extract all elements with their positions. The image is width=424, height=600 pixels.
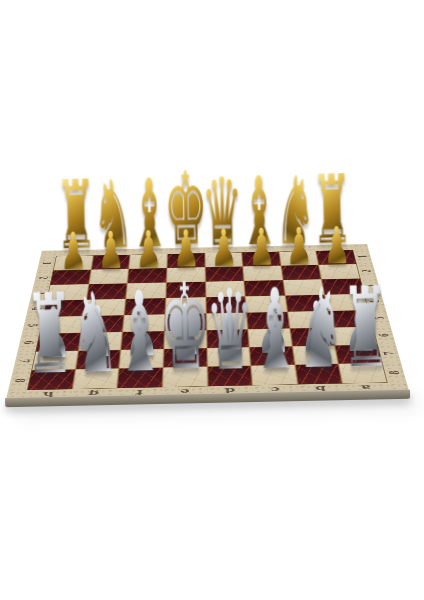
- rank-label-left-2: 2: [38, 276, 50, 279]
- bishop-glyph: ♝: [238, 168, 281, 258]
- square-b6: [290, 328, 335, 347]
- rank-label-left-6: 6: [22, 341, 35, 345]
- square-a5: [328, 310, 373, 328]
- rank-label-right-7: 7: [383, 351, 396, 355]
- square-e3: [166, 282, 206, 298]
- square-e4: [165, 297, 206, 314]
- square-h6: [35, 333, 81, 352]
- rank-label-right-4: 4: [369, 300, 381, 303]
- rank-label-right-6: 6: [378, 333, 391, 337]
- chessboard: 1122334455667788hgfedcba: [6, 244, 409, 399]
- square-d7: [207, 347, 251, 367]
- square-e8: [162, 367, 207, 388]
- square-c2: [243, 266, 283, 281]
- square-e1: [167, 253, 205, 268]
- rank-label-left-8: 8: [13, 378, 27, 382]
- square-g5: [81, 315, 124, 333]
- square-c8: [251, 365, 298, 386]
- square-a4: [325, 294, 369, 311]
- knight-glyph: ♞: [274, 167, 317, 257]
- square-h4: [43, 300, 86, 317]
- rank-label-right-2: 2: [361, 269, 373, 272]
- square-b8: [295, 364, 343, 385]
- rank-label-right-1: 1: [357, 255, 368, 258]
- king-glyph: ♚: [163, 163, 209, 259]
- queen-glyph: ♛: [201, 168, 244, 258]
- square-d4: [205, 296, 246, 313]
- rook-glyph: ♜: [55, 171, 98, 261]
- bishop-glyph: ♝: [128, 170, 171, 260]
- board-frame: 2: [357, 264, 377, 279]
- square-e2: [166, 267, 205, 283]
- chess-set-photo: 1122334455667788hgfedcba ♜♞♝♛♚♝♞♜♟♟♟♟♟♟♟…: [0, 0, 424, 600]
- square-c4: [245, 296, 287, 313]
- square-h7: [31, 351, 78, 371]
- board-frame: 8: [383, 363, 407, 383]
- square-a7: [335, 344, 383, 364]
- square-c3: [244, 280, 285, 296]
- square-a6: [331, 327, 377, 346]
- square-d5: [206, 312, 248, 330]
- square-h1: [53, 255, 93, 270]
- square-d6: [206, 329, 249, 348]
- rank-label-left-3: 3: [34, 291, 46, 294]
- square-g2: [89, 269, 129, 285]
- square-f1: [129, 254, 168, 269]
- square-b7: [292, 345, 339, 365]
- square-b2: [281, 265, 322, 280]
- square-b3: [283, 279, 325, 295]
- rank-label-right-8: 8: [388, 370, 402, 374]
- square-a2: [319, 264, 361, 279]
- square-a3: [322, 279, 365, 295]
- square-a8: [339, 363, 388, 384]
- square-g7: [75, 350, 121, 370]
- square-d3: [205, 281, 245, 297]
- board-frame: 6: [373, 326, 395, 344]
- square-f5: [123, 314, 165, 332]
- square-c5: [247, 312, 290, 330]
- square-d8: [207, 366, 253, 387]
- square-g8: [72, 369, 119, 390]
- square-f4: [124, 298, 165, 315]
- square-b5: [287, 311, 331, 329]
- square-f7: [119, 349, 164, 369]
- square-b1: [279, 251, 319, 266]
- square-c1: [242, 252, 281, 267]
- rank-label-left-4: 4: [30, 307, 42, 310]
- square-f2: [127, 268, 166, 284]
- square-e6: [164, 330, 207, 349]
- square-e5: [164, 313, 206, 331]
- square-f8: [117, 368, 163, 389]
- square-f6: [121, 331, 165, 350]
- square-h3: [46, 284, 88, 300]
- square-c6: [248, 328, 292, 347]
- square-f3: [126, 283, 166, 299]
- rank-label-left-5: 5: [26, 323, 39, 327]
- scene: 1122334455667788hgfedcba ♜♞♝♛♚♝♞♜♟♟♟♟♟♟♟…: [0, 0, 424, 600]
- board-frame: 3: [361, 278, 382, 294]
- rank-label-right-3: 3: [365, 284, 377, 287]
- square-d2: [205, 266, 244, 281]
- square-g6: [78, 332, 123, 351]
- board-frame: 7: [378, 344, 401, 363]
- square-g4: [84, 299, 126, 316]
- square-g3: [86, 283, 127, 299]
- knight-glyph: ♞: [91, 171, 134, 261]
- square-c7: [249, 346, 294, 366]
- square-a1: [316, 250, 357, 265]
- square-g1: [91, 255, 130, 270]
- board-frame: 5: [369, 310, 391, 327]
- square-d1: [205, 252, 243, 267]
- square-b4: [285, 295, 328, 312]
- rank-label-left-1: 1: [41, 262, 52, 265]
- square-e7: [163, 348, 207, 368]
- board-frame: 4: [365, 293, 386, 309]
- rank-label-left-7: 7: [18, 359, 31, 363]
- rank-label-right-5: 5: [373, 316, 386, 320]
- square-h2: [50, 269, 91, 285]
- board-frame: 1: [353, 250, 372, 264]
- square-h8: [27, 370, 75, 391]
- rook-glyph: ♜: [311, 166, 354, 256]
- square-h5: [39, 316, 83, 334]
